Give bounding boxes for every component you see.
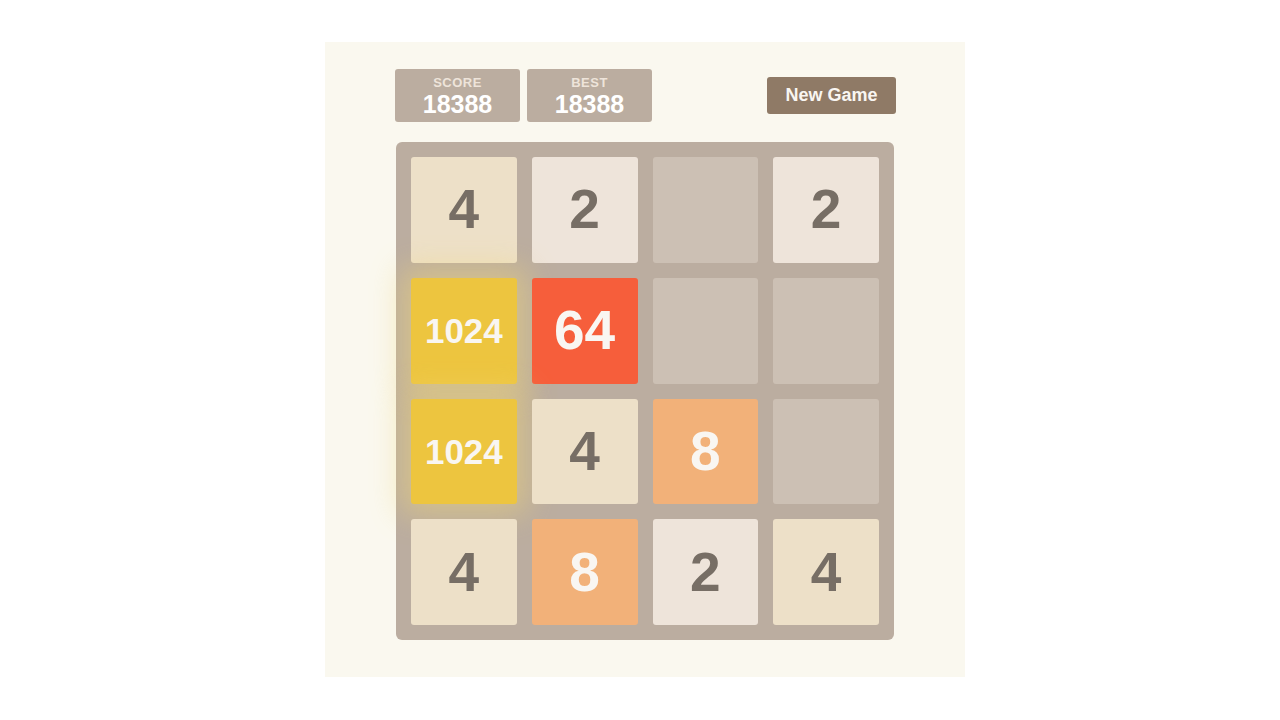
tile-1024: 1024 xyxy=(411,278,517,384)
score-label: SCORE xyxy=(433,75,482,91)
tile-4: 4 xyxy=(532,399,638,505)
tile-1024: 1024 xyxy=(411,399,517,505)
empty-cell xyxy=(653,278,759,384)
tile-4: 4 xyxy=(773,519,879,625)
tile-8: 8 xyxy=(653,399,759,505)
empty-cell xyxy=(773,399,879,505)
tile-4: 4 xyxy=(411,519,517,625)
tile-2: 2 xyxy=(773,157,879,263)
header-row: SCORE 18388 BEST 18388 New Game xyxy=(395,69,896,122)
page: SCORE 18388 BEST 18388 New Game 42210246… xyxy=(0,0,1280,720)
empty-cell xyxy=(773,278,879,384)
tile-4: 4 xyxy=(411,157,517,263)
best-box: BEST 18388 xyxy=(527,69,652,122)
tile-2: 2 xyxy=(653,519,759,625)
best-value: 18388 xyxy=(555,91,625,119)
score-box: SCORE 18388 xyxy=(395,69,520,122)
score-panel: SCORE 18388 BEST 18388 xyxy=(395,69,652,122)
best-label: BEST xyxy=(571,75,608,91)
tile-64: 64 xyxy=(532,278,638,384)
board: 4221024641024484824 xyxy=(396,142,894,640)
empty-cell xyxy=(653,157,759,263)
new-game-button[interactable]: New Game xyxy=(767,77,896,114)
score-value: 18388 xyxy=(423,91,493,119)
tile-2: 2 xyxy=(532,157,638,263)
tile-8: 8 xyxy=(532,519,638,625)
game-container: SCORE 18388 BEST 18388 New Game 42210246… xyxy=(325,42,965,677)
